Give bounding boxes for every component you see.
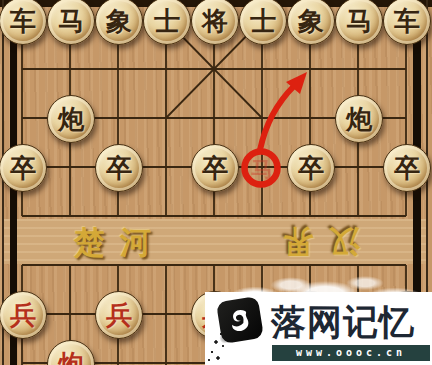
piece-black-卒[interactable]: 卒 — [95, 144, 143, 192]
piece-glyph: 卒 — [202, 155, 228, 181]
piece-red-兵[interactable]: 兵 — [95, 291, 143, 339]
piece-glyph: 卒 — [106, 155, 132, 181]
piece-glyph: 卒 — [298, 155, 324, 181]
piece-glyph: 卒 — [394, 155, 420, 181]
piece-glyph: 象 — [106, 8, 132, 34]
piece-black-炮[interactable]: 炮 — [335, 95, 383, 143]
piece-black-卒[interactable]: 卒 — [287, 144, 335, 192]
piece-glyph: 马 — [58, 8, 84, 34]
river-label-han-jie: 汉界 — [268, 223, 360, 261]
piece-black-卒[interactable]: 卒 — [0, 144, 47, 192]
piece-black-卒[interactable]: 卒 — [191, 144, 239, 192]
piece-glyph: 炮 — [58, 351, 84, 365]
piece-black-卒[interactable]: 卒 — [383, 144, 431, 192]
piece-glyph: 士 — [154, 8, 180, 34]
river-label-chu-he: 楚河 — [74, 223, 166, 261]
piece-glyph: 卒 — [10, 155, 36, 181]
piece-glyph: 车 — [394, 8, 420, 34]
piece-glyph: 象 — [298, 8, 324, 34]
watermark-title: 落网记忆 — [271, 300, 431, 344]
piece-glyph: 炮 — [58, 106, 84, 132]
piece-glyph: 将 — [202, 8, 228, 34]
piece-glyph: 士 — [250, 8, 276, 34]
piece-red-兵[interactable]: 兵 — [0, 291, 47, 339]
watermark-url: www.oooc.cn — [272, 345, 430, 361]
swan-logo — [216, 296, 264, 344]
piece-glyph: 兵 — [106, 302, 132, 328]
piece-black-炮[interactable]: 炮 — [47, 95, 95, 143]
xiangqi-board-screenshot: 楚河 汉界 车马象士将士象马车炮炮卒卒卒卒卒兵兵兵兵兵炮炮 马 落网记忆 www… — [0, 0, 432, 365]
piece-glyph: 马 — [346, 8, 372, 34]
piece-glyph: 炮 — [346, 106, 372, 132]
piece-glyph: 兵 — [10, 302, 36, 328]
piece-glyph: 车 — [10, 8, 36, 34]
swan-icon — [221, 301, 260, 340]
